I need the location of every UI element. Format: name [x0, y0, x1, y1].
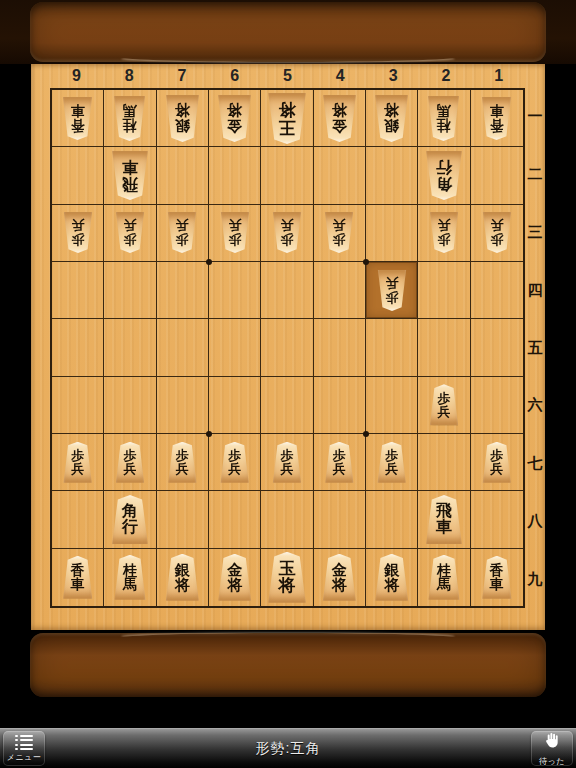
square-4-6[interactable] — [314, 377, 366, 434]
rank-label-2: 二 — [525, 146, 545, 204]
menu-button[interactable]: メニュー — [3, 731, 45, 766]
rank-labels: 一二三四五六七八九 — [525, 88, 545, 608]
shogi-board: 987654321 一二三四五六七八九 香車桂馬銀将金将王将金将銀将桂馬香車飛車… — [31, 64, 545, 630]
square-9-3[interactable]: 歩兵 — [52, 205, 104, 262]
tray-sheen — [120, 633, 456, 643]
rank-label-3: 三 — [525, 204, 545, 262]
piece-sente-P[interactable]: 歩兵 — [324, 442, 354, 483]
rank-label-4: 四 — [525, 261, 545, 319]
square-6-9[interactable]: 金将 — [209, 549, 261, 606]
square-1-2[interactable] — [471, 147, 523, 204]
tray-sheen — [120, 52, 456, 62]
square-1-4[interactable] — [471, 262, 523, 319]
rank-label-5: 五 — [525, 319, 545, 377]
gote-stand-zone — [0, 0, 576, 64]
square-4-7[interactable]: 歩兵 — [314, 434, 366, 491]
square-3-7[interactable]: 歩兵 — [366, 434, 418, 491]
square-6-5[interactable] — [209, 319, 261, 376]
square-2-6[interactable]: 歩兵 — [418, 377, 470, 434]
square-8-3[interactable]: 歩兵 — [104, 205, 156, 262]
piece-sente-S[interactable]: 銀将 — [165, 554, 200, 601]
square-4-3[interactable]: 歩兵 — [314, 205, 366, 262]
square-2-1[interactable]: 桂馬 — [418, 90, 470, 147]
piece-gote-P[interactable]: 歩兵 — [63, 212, 93, 253]
square-8-5[interactable] — [104, 319, 156, 376]
evaluation-status: 形勢:互角 — [256, 740, 321, 758]
board-grid: 香車桂馬銀将金将王将金将銀将桂馬香車飛車角行歩兵歩兵歩兵歩兵歩兵歩兵歩兵歩兵歩兵… — [50, 88, 525, 608]
square-3-2[interactable] — [366, 147, 418, 204]
square-4-9[interactable]: 金将 — [314, 549, 366, 606]
square-5-2[interactable] — [261, 147, 313, 204]
piece-sente-L[interactable]: 香車 — [481, 556, 512, 599]
square-6-2[interactable] — [209, 147, 261, 204]
square-6-8[interactable] — [209, 491, 261, 548]
square-4-1[interactable]: 金将 — [314, 90, 366, 147]
gote-captured-tray — [30, 2, 546, 62]
square-7-5[interactable] — [157, 319, 209, 376]
piece-gote-P[interactable]: 歩兵 — [272, 212, 302, 253]
square-1-5[interactable] — [471, 319, 523, 376]
square-3-6[interactable] — [366, 377, 418, 434]
piece-gote-P[interactable]: 歩兵 — [429, 212, 459, 253]
rank-label-7: 七 — [525, 435, 545, 493]
square-8-7[interactable]: 歩兵 — [104, 434, 156, 491]
square-7-4[interactable] — [157, 262, 209, 319]
square-7-2[interactable] — [157, 147, 209, 204]
piece-gote-P[interactable]: 歩兵 — [167, 212, 197, 253]
square-9-2[interactable] — [52, 147, 104, 204]
square-8-2[interactable]: 飛車 — [104, 147, 156, 204]
piece-sente-P[interactable]: 歩兵 — [272, 442, 302, 483]
piece-gote-P[interactable]: 歩兵 — [220, 212, 250, 253]
piece-sente-P[interactable]: 歩兵 — [482, 442, 512, 483]
piece-sente-P[interactable]: 歩兵 — [220, 442, 250, 483]
undo-button[interactable]: 待った — [531, 731, 573, 766]
star-point — [363, 259, 369, 265]
star-point — [363, 431, 369, 437]
square-8-1[interactable]: 桂馬 — [104, 90, 156, 147]
piece-gote-P[interactable]: 歩兵 — [324, 212, 354, 253]
square-8-6[interactable] — [104, 377, 156, 434]
square-2-2[interactable]: 角行 — [418, 147, 470, 204]
piece-gote-L[interactable]: 香車 — [481, 97, 512, 140]
square-5-1[interactable]: 王将 — [261, 90, 313, 147]
file-label-3: 3 — [367, 65, 420, 87]
square-7-1[interactable]: 銀将 — [157, 90, 209, 147]
piece-sente-N[interactable]: 桂馬 — [113, 555, 146, 600]
square-1-1[interactable]: 香車 — [471, 90, 523, 147]
square-2-9[interactable]: 桂馬 — [418, 549, 470, 606]
square-3-8[interactable] — [366, 491, 418, 548]
piece-gote-S[interactable]: 銀将 — [374, 95, 409, 142]
star-point — [206, 431, 212, 437]
square-9-1[interactable]: 香車 — [52, 90, 104, 147]
hand-icon — [542, 731, 561, 754]
piece-gote-P[interactable]: 歩兵 — [115, 212, 145, 253]
square-5-3[interactable]: 歩兵 — [261, 205, 313, 262]
square-7-6[interactable] — [157, 377, 209, 434]
file-label-6: 6 — [208, 65, 261, 87]
square-2-4[interactable] — [418, 262, 470, 319]
square-7-9[interactable]: 銀将 — [157, 549, 209, 606]
star-point — [206, 259, 212, 265]
square-8-4[interactable] — [104, 262, 156, 319]
file-label-8: 8 — [103, 65, 156, 87]
square-5-8[interactable] — [261, 491, 313, 548]
square-2-3[interactable]: 歩兵 — [418, 205, 470, 262]
square-5-6[interactable] — [261, 377, 313, 434]
square-9-8[interactable] — [52, 491, 104, 548]
piece-gote-P[interactable]: 歩兵 — [377, 270, 407, 311]
square-1-9[interactable]: 香車 — [471, 549, 523, 606]
sente-stand-zone — [0, 630, 576, 728]
piece-gote-K[interactable]: 王将 — [267, 93, 307, 144]
piece-gote-N[interactable]: 桂馬 — [113, 96, 146, 141]
piece-sente-G[interactable]: 金将 — [217, 554, 252, 601]
piece-sente-P[interactable]: 歩兵 — [167, 442, 197, 483]
file-label-1: 1 — [472, 65, 525, 87]
rank-label-1: 一 — [525, 88, 545, 146]
square-6-6[interactable] — [209, 377, 261, 434]
square-5-5[interactable] — [261, 319, 313, 376]
file-labels: 987654321 — [50, 65, 525, 87]
piece-gote-G[interactable]: 金将 — [322, 95, 357, 142]
bottom-toolbar: メニュー 形勢:互角 待った — [0, 728, 576, 768]
square-2-5[interactable] — [418, 319, 470, 376]
square-3-5[interactable] — [366, 319, 418, 376]
square-1-8[interactable] — [471, 491, 523, 548]
square-9-6[interactable] — [52, 377, 104, 434]
file-label-2: 2 — [419, 65, 472, 87]
square-6-1[interactable]: 金将 — [209, 90, 261, 147]
square-6-4[interactable] — [209, 262, 261, 319]
square-9-7[interactable]: 歩兵 — [52, 434, 104, 491]
piece-gote-L[interactable]: 香車 — [62, 97, 93, 140]
rank-label-8: 八 — [525, 492, 545, 550]
piece-sente-K[interactable]: 玉将 — [267, 552, 307, 603]
piece-gote-R[interactable]: 飛車 — [111, 151, 149, 200]
square-5-9[interactable]: 玉将 — [261, 549, 313, 606]
square-4-5[interactable] — [314, 319, 366, 376]
piece-sente-R[interactable]: 飛車 — [425, 495, 463, 544]
square-1-6[interactable] — [471, 377, 523, 434]
piece-sente-P[interactable]: 歩兵 — [429, 384, 459, 425]
square-2-8[interactable]: 飛車 — [418, 491, 470, 548]
piece-sente-P[interactable]: 歩兵 — [115, 442, 145, 483]
piece-gote-G[interactable]: 金将 — [217, 95, 252, 142]
sente-captured-tray — [30, 633, 546, 697]
piece-gote-B[interactable]: 角行 — [425, 151, 463, 200]
square-6-3[interactable]: 歩兵 — [209, 205, 261, 262]
square-7-8[interactable] — [157, 491, 209, 548]
square-3-3[interactable] — [366, 205, 418, 262]
square-5-4[interactable] — [261, 262, 313, 319]
menu-button-label: メニュー — [7, 752, 42, 763]
square-1-7[interactable]: 歩兵 — [471, 434, 523, 491]
piece-sente-S[interactable]: 銀将 — [374, 554, 409, 601]
piece-sente-P[interactable]: 歩兵 — [63, 442, 93, 483]
square-9-5[interactable] — [52, 319, 104, 376]
square-7-3[interactable]: 歩兵 — [157, 205, 209, 262]
square-9-4[interactable] — [52, 262, 104, 319]
piece-sente-N[interactable]: 桂馬 — [427, 555, 460, 600]
menu-list-icon — [15, 734, 33, 750]
square-1-3[interactable]: 歩兵 — [471, 205, 523, 262]
square-4-4[interactable] — [314, 262, 366, 319]
square-7-7[interactable]: 歩兵 — [157, 434, 209, 491]
piece-gote-P[interactable]: 歩兵 — [482, 212, 512, 253]
shogi-app-screen: 987654321 一二三四五六七八九 香車桂馬銀将金将王将金将銀将桂馬香車飛車… — [0, 0, 576, 768]
square-4-2[interactable] — [314, 147, 366, 204]
square-9-9[interactable]: 香車 — [52, 549, 104, 606]
square-8-9[interactable]: 桂馬 — [104, 549, 156, 606]
piece-sente-B[interactable]: 角行 — [111, 495, 149, 544]
file-label-7: 7 — [156, 65, 209, 87]
square-3-9[interactable]: 銀将 — [366, 549, 418, 606]
piece-gote-S[interactable]: 銀将 — [165, 95, 200, 142]
square-3-4[interactable]: 歩兵 — [366, 262, 418, 319]
piece-gote-N[interactable]: 桂馬 — [427, 96, 460, 141]
file-label-4: 4 — [314, 65, 367, 87]
file-label-5: 5 — [261, 65, 314, 87]
undo-button-label: 待った — [539, 756, 565, 767]
rank-label-6: 六 — [525, 377, 545, 435]
piece-sente-L[interactable]: 香車 — [62, 556, 93, 599]
square-4-8[interactable] — [314, 491, 366, 548]
square-2-7[interactable] — [418, 434, 470, 491]
piece-sente-P[interactable]: 歩兵 — [377, 442, 407, 483]
square-3-1[interactable]: 銀将 — [366, 90, 418, 147]
square-6-7[interactable]: 歩兵 — [209, 434, 261, 491]
piece-sente-G[interactable]: 金将 — [322, 554, 357, 601]
rank-label-9: 九 — [525, 550, 545, 608]
square-8-8[interactable]: 角行 — [104, 491, 156, 548]
square-5-7[interactable]: 歩兵 — [261, 434, 313, 491]
file-label-9: 9 — [50, 65, 103, 87]
